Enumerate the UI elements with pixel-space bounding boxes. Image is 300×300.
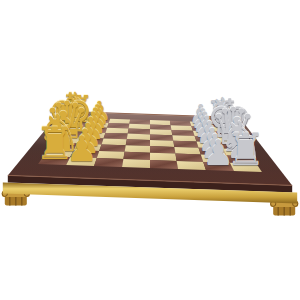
chess-set-photo: ♜♞♝♛♚♝♞♜♟♟♟♟♟♟♟♟♟♟♟♟♟♟♟♟♜♞♝♛♚♝♞♜ bbox=[0, 0, 300, 300]
piece-black-r-a8[interactable]: ♜ bbox=[226, 128, 266, 173]
piece-white-p-a2[interactable]: ♟ bbox=[66, 131, 98, 166]
